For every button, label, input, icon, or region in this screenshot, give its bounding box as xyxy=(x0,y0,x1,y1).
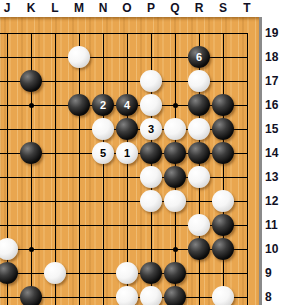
stone-white-N14: 5 xyxy=(92,142,114,164)
move-number-2: 2 xyxy=(100,100,106,111)
move-number-3: 3 xyxy=(148,124,154,135)
stone-black-K8 xyxy=(20,286,42,305)
col-label-J: J xyxy=(4,1,11,15)
stone-black-S11 xyxy=(212,214,234,236)
stone-white-P17 xyxy=(140,70,162,92)
stone-black-R10 xyxy=(188,238,210,260)
grid-line-row-19 xyxy=(0,33,248,34)
stone-white-Q12 xyxy=(164,190,186,212)
stone-black-S10 xyxy=(212,238,234,260)
stone-black-R14 xyxy=(188,142,210,164)
stone-white-R17 xyxy=(188,70,210,92)
stone-white-S12 xyxy=(212,190,234,212)
column-labels: JKLMNOPQRST xyxy=(0,0,259,17)
stone-black-Q8 xyxy=(164,286,186,305)
grid-line-row-13 xyxy=(0,177,248,178)
col-label-O: O xyxy=(122,1,131,15)
col-label-K: K xyxy=(27,1,36,15)
stone-white-N15 xyxy=(92,118,114,140)
row-label-8: 8 xyxy=(265,289,284,305)
stone-black-R18: 6 xyxy=(188,46,210,68)
grid-line-col-T xyxy=(247,33,248,305)
stone-white-O14: 1 xyxy=(116,142,138,164)
stone-black-S15 xyxy=(212,118,234,140)
stone-black-P9 xyxy=(140,262,162,284)
grid-line-row-12 xyxy=(0,201,248,202)
col-label-N: N xyxy=(99,1,108,15)
stone-white-M18 xyxy=(68,46,90,68)
row-label-19: 19 xyxy=(265,25,284,41)
col-label-L: L xyxy=(51,1,58,15)
stone-white-O8 xyxy=(116,286,138,305)
stone-white-Q15 xyxy=(164,118,186,140)
grid-line-col-M xyxy=(79,33,80,305)
row-label-10: 10 xyxy=(265,241,284,257)
col-label-M: M xyxy=(74,1,84,15)
row-label-17: 17 xyxy=(265,73,284,89)
stone-black-K17 xyxy=(20,70,42,92)
stone-white-P8 xyxy=(140,286,162,305)
stone-black-K14 xyxy=(20,142,42,164)
stone-black-J9 xyxy=(0,262,18,284)
row-label-12: 12 xyxy=(265,193,284,209)
stone-white-O9 xyxy=(116,262,138,284)
row-labels: 1918171615141312111098 xyxy=(262,0,284,305)
stone-white-R15 xyxy=(188,118,210,140)
move-number-1: 1 xyxy=(124,148,130,159)
stone-black-Q9 xyxy=(164,262,186,284)
stone-white-R13 xyxy=(188,166,210,188)
stone-white-R11 xyxy=(188,214,210,236)
col-label-R: R xyxy=(195,1,204,15)
col-label-S: S xyxy=(219,1,227,15)
stone-black-N16: 2 xyxy=(92,94,114,116)
stone-black-O15 xyxy=(116,118,138,140)
stone-black-P14 xyxy=(140,142,162,164)
stone-black-O16: 4 xyxy=(116,94,138,116)
grid-line-col-N xyxy=(103,33,104,305)
stone-black-Q14 xyxy=(164,142,186,164)
row-label-13: 13 xyxy=(265,169,284,185)
stone-black-S16 xyxy=(212,94,234,116)
move-number-6: 6 xyxy=(196,52,202,63)
star-point-K10 xyxy=(29,247,34,252)
star-point-Q16 xyxy=(173,103,178,108)
stone-black-R16 xyxy=(188,94,210,116)
col-label-Q: Q xyxy=(170,1,179,15)
row-label-16: 16 xyxy=(265,97,284,113)
go-board[interactable]: 624351 xyxy=(0,17,259,305)
stone-white-S8 xyxy=(212,286,234,305)
grid-line-row-10 xyxy=(0,249,248,250)
stone-white-P16 xyxy=(140,94,162,116)
row-label-9: 9 xyxy=(265,265,284,281)
row-label-11: 11 xyxy=(265,217,284,233)
go-diagram: JKLMNOPQRST 1918171615141312111098 62435… xyxy=(0,0,284,305)
stone-white-J10 xyxy=(0,238,18,260)
row-label-14: 14 xyxy=(265,145,284,161)
col-label-P: P xyxy=(147,1,155,15)
grid-line-col-S xyxy=(223,33,224,305)
grid-line-row-18 xyxy=(0,57,248,58)
star-point-Q10 xyxy=(173,247,178,252)
col-label-T: T xyxy=(243,1,250,15)
row-label-18: 18 xyxy=(265,49,284,65)
stone-white-P15: 3 xyxy=(140,118,162,140)
move-number-5: 5 xyxy=(100,148,106,159)
stone-white-P13 xyxy=(140,166,162,188)
row-label-15: 15 xyxy=(265,121,284,137)
star-point-K16 xyxy=(29,103,34,108)
stone-black-S14 xyxy=(212,142,234,164)
stone-black-Q13 xyxy=(164,166,186,188)
stone-black-M16 xyxy=(68,94,90,116)
stone-white-P12 xyxy=(140,190,162,212)
move-number-4: 4 xyxy=(124,100,130,111)
stone-white-L9 xyxy=(44,262,66,284)
grid-line-row-11 xyxy=(0,225,248,226)
